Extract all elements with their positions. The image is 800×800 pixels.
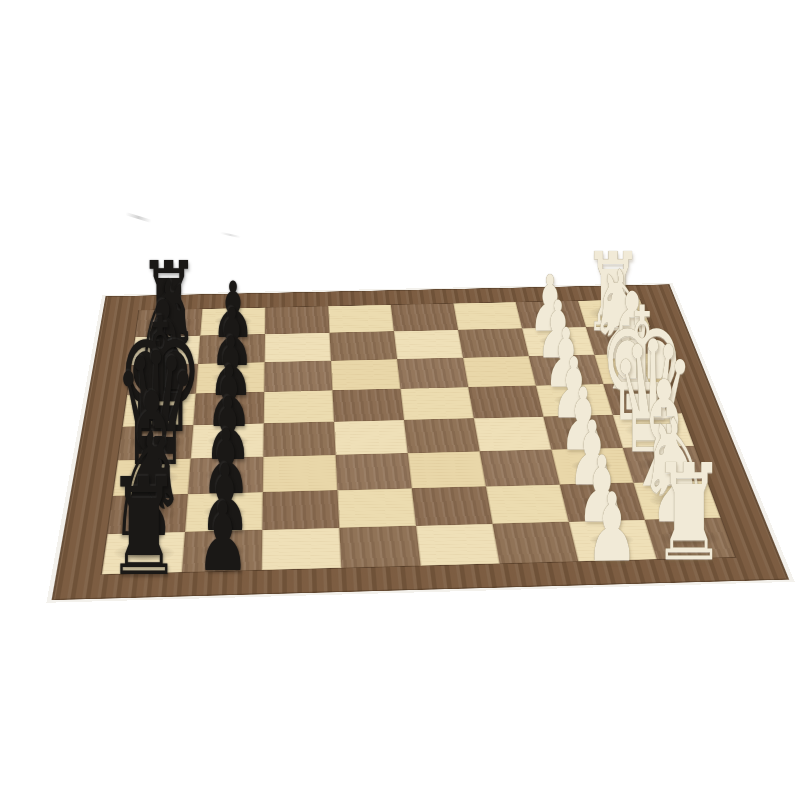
square-b4[interactable] bbox=[412, 486, 493, 525]
square-f6[interactable] bbox=[264, 361, 332, 392]
square-d3[interactable] bbox=[474, 417, 552, 452]
square-b6[interactable] bbox=[262, 490, 339, 530]
square-e4[interactable] bbox=[400, 387, 473, 420]
square-h5[interactable] bbox=[328, 305, 394, 333]
square-c3[interactable] bbox=[480, 450, 560, 487]
square-e5[interactable] bbox=[332, 389, 404, 422]
square-d5[interactable] bbox=[334, 420, 408, 455]
square-c4[interactable] bbox=[408, 451, 486, 488]
background-streak bbox=[220, 232, 241, 238]
square-b5[interactable] bbox=[337, 488, 416, 527]
square-c5[interactable] bbox=[336, 453, 412, 490]
square-e6[interactable] bbox=[264, 390, 334, 423]
square-a6[interactable] bbox=[262, 528, 342, 570]
black-pawn-glyph: ♟ bbox=[196, 490, 249, 585]
square-a5[interactable] bbox=[339, 526, 420, 568]
square-e3[interactable] bbox=[468, 386, 543, 419]
square-f4[interactable] bbox=[397, 358, 468, 389]
background-streak bbox=[125, 212, 152, 223]
chess-scene: ♜♟♟♜♞♟♟♞♝♟♟♝♚♟♟♚♛♟♟♛♝♟♟♝♞♟♟♞♜♟♟♜ bbox=[0, 0, 800, 800]
square-g6[interactable] bbox=[265, 333, 331, 363]
black-rook-glyph: ♜ bbox=[107, 461, 182, 596]
square-g5[interactable] bbox=[330, 331, 398, 360]
white-rook-glyph: ♜ bbox=[652, 447, 726, 580]
square-a4[interactable] bbox=[416, 524, 500, 566]
square-a3[interactable] bbox=[493, 522, 579, 564]
square-h4[interactable] bbox=[391, 303, 458, 331]
square-c6[interactable] bbox=[263, 455, 338, 492]
white-pawn-glyph: ♟ bbox=[586, 480, 638, 574]
square-f5[interactable] bbox=[331, 359, 401, 390]
square-g3[interactable] bbox=[458, 328, 529, 357]
square-f3[interactable] bbox=[463, 356, 536, 387]
square-d6[interactable] bbox=[263, 422, 335, 457]
square-h3[interactable] bbox=[453, 302, 522, 330]
square-g4[interactable] bbox=[394, 330, 463, 359]
square-b3[interactable] bbox=[486, 485, 569, 524]
square-h6[interactable] bbox=[265, 306, 330, 334]
square-d4[interactable] bbox=[404, 418, 480, 453]
